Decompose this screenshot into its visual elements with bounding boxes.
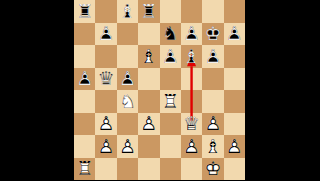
square-d6[interactable]: ♝♗: [138, 45, 159, 68]
white-pawn-h2: ♟♙: [225, 137, 244, 156]
square-a6[interactable]: [74, 45, 95, 68]
square-f2[interactable]: ♟♙: [181, 135, 202, 158]
square-a4[interactable]: [74, 90, 95, 113]
square-c6[interactable]: [117, 45, 138, 68]
black-pawn-g6: ♟♙: [203, 47, 222, 66]
square-h4[interactable]: [224, 90, 245, 113]
white-king-g1: ♚♔: [203, 159, 222, 178]
white-rook-a1: ♜♖: [75, 159, 94, 178]
square-c4[interactable]: ♞♘: [117, 90, 138, 113]
square-f8[interactable]: [181, 0, 202, 23]
white-pawn-g3: ♟♙: [203, 114, 222, 133]
square-d1[interactable]: [138, 158, 159, 181]
square-d4[interactable]: [138, 90, 159, 113]
white-knight-c4: ♞♘: [118, 92, 137, 111]
square-e2[interactable]: [160, 135, 181, 158]
white-bishop-g2: ♝♗: [203, 137, 222, 156]
square-c2[interactable]: ♟♙: [117, 135, 138, 158]
square-b6[interactable]: [95, 45, 116, 68]
black-pawn-f7: ♟♙: [182, 24, 201, 43]
square-a2[interactable]: [74, 135, 95, 158]
square-d2[interactable]: [138, 135, 159, 158]
square-g1[interactable]: ♚♔: [202, 158, 223, 181]
square-e3[interactable]: [160, 113, 181, 136]
square-h1[interactable]: [224, 158, 245, 181]
square-g2[interactable]: ♝♗: [202, 135, 223, 158]
black-king-g7: ♚♔: [203, 24, 222, 43]
square-g8[interactable]: [202, 0, 223, 23]
square-g5[interactable]: [202, 68, 223, 91]
black-bishop-c8: ♝♗: [118, 2, 137, 21]
square-b2[interactable]: ♟♙: [95, 135, 116, 158]
square-f7[interactable]: ♟♙: [181, 23, 202, 46]
black-pawn-e6: ♟♙: [161, 47, 180, 66]
square-d8[interactable]: ♜♖: [138, 0, 159, 23]
square-f6[interactable]: ♝♗: [181, 45, 202, 68]
white-pawn-b2: ♟♙: [97, 137, 116, 156]
square-a8[interactable]: ♜♖: [74, 0, 95, 23]
square-e1[interactable]: [160, 158, 181, 181]
square-e8[interactable]: [160, 0, 181, 23]
square-d3[interactable]: ♟♙: [138, 113, 159, 136]
black-knight-e7: ♞♘: [161, 24, 180, 43]
black-pawn-a5: ♟♙: [75, 69, 94, 88]
square-f3[interactable]: ♛♕: [181, 113, 202, 136]
square-c8[interactable]: ♝♗: [117, 0, 138, 23]
square-g6[interactable]: ♟♙: [202, 45, 223, 68]
black-rook-d8: ♜♖: [139, 2, 158, 21]
square-g4[interactable]: [202, 90, 223, 113]
square-f5[interactable]: [181, 68, 202, 91]
square-b5[interactable]: ♛♕: [95, 68, 116, 91]
square-e5[interactable]: [160, 68, 181, 91]
square-c3[interactable]: [117, 113, 138, 136]
white-pawn-f2: ♟♙: [182, 137, 201, 156]
black-queen-b5: ♛♕: [97, 69, 116, 88]
square-b1[interactable]: [95, 158, 116, 181]
square-h7[interactable]: ♟♙: [224, 23, 245, 46]
square-c7[interactable]: [117, 23, 138, 46]
black-rook-a8: ♜♖: [75, 2, 94, 21]
square-c1[interactable]: [117, 158, 138, 181]
black-bishop-f6: ♝♗: [182, 47, 201, 66]
square-d5[interactable]: [138, 68, 159, 91]
square-d7[interactable]: [138, 23, 159, 46]
white-queen-f3: ♛♕: [182, 114, 201, 133]
square-h3[interactable]: [224, 113, 245, 136]
square-h6[interactable]: [224, 45, 245, 68]
chess-board: ♜♖♝♗♜♖♟♙♞♘♟♙♚♔♟♙♝♗♟♙♝♗♟♙♟♙♛♕♟♙♞♘♜♖♟♙♟♙♛♕…: [74, 0, 245, 180]
white-bishop-d6: ♝♗: [139, 47, 158, 66]
square-h2[interactable]: ♟♙: [224, 135, 245, 158]
square-c5[interactable]: ♟♙: [117, 68, 138, 91]
square-b3[interactable]: ♟♙: [95, 113, 116, 136]
black-pawn-c5: ♟♙: [118, 69, 137, 88]
square-e4[interactable]: ♜♖: [160, 90, 181, 113]
letterbox-left: [0, 0, 74, 180]
square-a1[interactable]: ♜♖: [74, 158, 95, 181]
letterbox-right: [245, 0, 320, 180]
square-f4[interactable]: [181, 90, 202, 113]
square-f1[interactable]: [181, 158, 202, 181]
square-b8[interactable]: [95, 0, 116, 23]
square-e6[interactable]: ♟♙: [160, 45, 181, 68]
square-h8[interactable]: [224, 0, 245, 23]
square-e7[interactable]: ♞♘: [160, 23, 181, 46]
square-h5[interactable]: [224, 68, 245, 91]
square-b7[interactable]: ♟♙: [95, 23, 116, 46]
square-g7[interactable]: ♚♔: [202, 23, 223, 46]
black-pawn-b7: ♟♙: [97, 24, 116, 43]
white-pawn-d3: ♟♙: [139, 114, 158, 133]
white-pawn-b3: ♟♙: [97, 114, 116, 133]
black-pawn-h7: ♟♙: [225, 24, 244, 43]
square-b4[interactable]: [95, 90, 116, 113]
square-a7[interactable]: [74, 23, 95, 46]
white-rook-e4: ♜♖: [161, 92, 180, 111]
square-a3[interactable]: [74, 113, 95, 136]
white-pawn-c2: ♟♙: [118, 137, 137, 156]
square-a5[interactable]: ♟♙: [74, 68, 95, 91]
square-g3[interactable]: ♟♙: [202, 113, 223, 136]
